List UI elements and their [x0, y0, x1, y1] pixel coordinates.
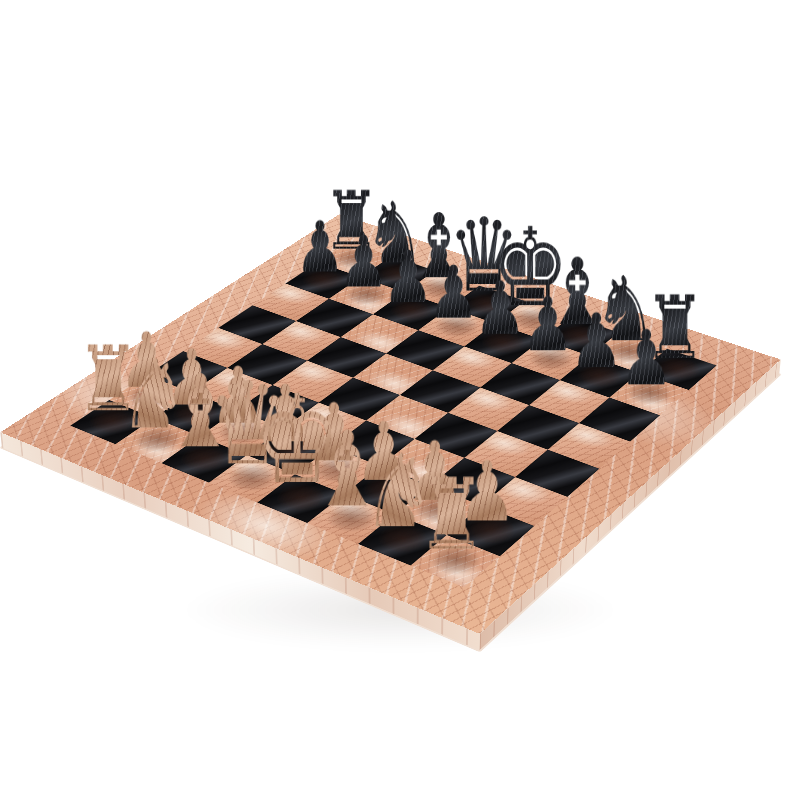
rook-glyph: ♜: [389, 466, 514, 564]
pawn-glyph: ♟: [590, 320, 702, 396]
chess-set-photo: ♜♞♝♛♚♝♞♜♟♟♟♟♟♟♟♟♟♟♟♟♟♟♟♟♜♞♝♛♚♝♞♜: [0, 0, 800, 800]
chess-board: ♜♞♝♛♚♝♞♜♟♟♟♟♟♟♟♟♟♟♟♟♟♟♟♟♜♞♝♛♚♝♞♜: [0, 214, 780, 634]
